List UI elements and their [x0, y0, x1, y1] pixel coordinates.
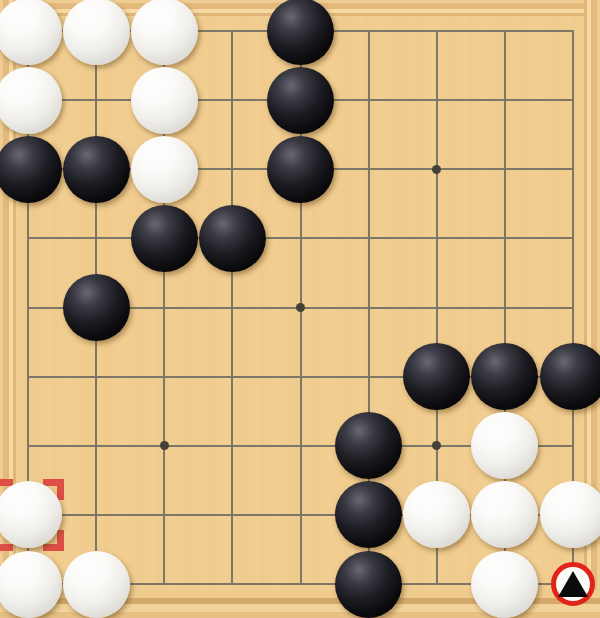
hoshi-star-point [432, 165, 441, 174]
white-stone [0, 551, 62, 618]
black-stone [0, 136, 62, 203]
black-stone [199, 205, 266, 272]
go-board[interactable] [0, 0, 600, 618]
black-stone [471, 343, 538, 410]
black-stone [267, 67, 334, 134]
white-stone [0, 67, 62, 134]
black-stone [540, 343, 600, 410]
white-stone [63, 0, 130, 65]
hoshi-star-point [160, 441, 169, 450]
triangle-icon [558, 571, 588, 597]
white-stone [471, 481, 538, 548]
white-stone [131, 0, 198, 65]
black-stone [267, 136, 334, 203]
hoshi-star-point [432, 441, 441, 450]
white-stone [131, 67, 198, 134]
white-stone [471, 551, 538, 618]
white-stone [131, 136, 198, 203]
triangle-circle-marker [551, 562, 595, 606]
white-stone [63, 551, 130, 618]
black-stone [63, 136, 130, 203]
white-stone [471, 412, 538, 479]
hoshi-star-point [296, 303, 305, 312]
black-stone [267, 0, 334, 65]
white-stone [540, 481, 600, 548]
black-stone [335, 551, 402, 618]
black-stone [335, 412, 402, 479]
black-stone [63, 274, 130, 341]
white-stone [0, 0, 62, 65]
black-stone [131, 205, 198, 272]
black-stone [335, 481, 402, 548]
white-stone [403, 481, 470, 548]
black-stone [403, 343, 470, 410]
